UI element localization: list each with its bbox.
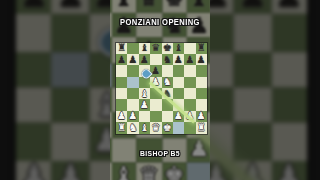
square-e8[interactable]: ♚ xyxy=(162,43,173,54)
black-pawn-a7: ♟ xyxy=(117,55,126,65)
white-queen-d1: ♛ xyxy=(139,164,159,180)
square-e5[interactable]: ♞ xyxy=(162,77,173,88)
square-b6 xyxy=(52,15,88,51)
square-g6 xyxy=(234,15,270,51)
square-a4 xyxy=(16,87,52,123)
black-pawn-d6: ♟ xyxy=(151,66,160,76)
square-g3[interactable] xyxy=(184,99,195,110)
white-king-e1: ♚ xyxy=(163,123,172,133)
white-pawn-h2: ♟ xyxy=(275,162,304,180)
square-e7[interactable]: ♞ xyxy=(162,54,173,65)
white-knight-b1: ♞ xyxy=(129,123,138,133)
square-c1[interactable]: ♝ xyxy=(139,122,150,133)
black-queen-d8: ♛ xyxy=(139,0,159,11)
square-d8[interactable]: ♛ xyxy=(150,43,161,54)
square-d5[interactable]: ♟ xyxy=(150,77,161,88)
square-f1[interactable] xyxy=(173,122,184,133)
square-g3 xyxy=(234,124,270,160)
square-a5[interactable] xyxy=(116,77,127,88)
square-b5[interactable] xyxy=(127,77,138,88)
square-h4 xyxy=(271,87,307,123)
square-f8: ♝ xyxy=(187,0,210,13)
square-f1 xyxy=(187,163,210,180)
square-d3[interactable] xyxy=(150,99,161,110)
white-king-e1: ♚ xyxy=(164,164,184,180)
square-f4[interactable] xyxy=(173,88,184,99)
square-a7: ♟ xyxy=(16,0,52,15)
square-d1[interactable]: ♛ xyxy=(150,122,161,133)
square-f2[interactable]: ♟ xyxy=(173,111,184,122)
square-b5 xyxy=(52,51,88,87)
black-pawn-g7: ♟ xyxy=(238,0,267,12)
square-c1: ♝ xyxy=(111,163,136,180)
black-knight-e4: ♞ xyxy=(163,89,172,99)
square-d1: ♛ xyxy=(136,163,161,180)
square-h7: ♟ xyxy=(271,0,307,15)
square-e4[interactable]: ♞ xyxy=(162,88,173,99)
chess-board: ♜♝♛♚♝♜♟♟♟♞♟♟♟♟♟♞♞♟♟♟♟♟♟♜♞♝♛♚♜♝ xyxy=(116,43,207,134)
square-a6[interactable] xyxy=(116,65,127,76)
square-b7: ♟ xyxy=(52,0,88,15)
black-pawn-b7: ♟ xyxy=(129,55,138,65)
black-bishop-f8: ♝ xyxy=(189,0,209,11)
white-bishop-c1: ♝ xyxy=(140,123,149,133)
white-rook-h1: ♜ xyxy=(197,123,206,133)
black-pawn-h7: ♟ xyxy=(275,0,304,12)
square-g4[interactable] xyxy=(184,88,195,99)
black-pawn-f7: ♟ xyxy=(174,55,183,65)
square-b2[interactable]: ♟ xyxy=(127,111,138,122)
black-king-e8: ♚ xyxy=(163,43,172,53)
square-h7[interactable]: ♟ xyxy=(196,54,207,65)
square-d2[interactable] xyxy=(150,111,161,122)
black-knight-e7: ♞ xyxy=(163,55,172,65)
square-d4[interactable] xyxy=(150,88,161,99)
square-h3 xyxy=(271,124,307,160)
black-pawn-a7: ♟ xyxy=(20,0,49,12)
black-bishop-f8: ♝ xyxy=(174,43,183,53)
square-d7[interactable] xyxy=(150,54,161,65)
square-f6[interactable] xyxy=(173,65,184,76)
square-e1[interactable]: ♚ xyxy=(162,122,173,133)
square-h5 xyxy=(271,51,307,87)
square-f3[interactable] xyxy=(173,99,184,110)
video-strip: ♜♝♛♚♝♜♟♟♟♞♟♟♟♟♟♞♞♟♟♟♟♟♟♜♞♝♛♚♜♝ ♜♝♛♚♝♜♟♟♟… xyxy=(110,0,210,180)
square-h5[interactable] xyxy=(196,77,207,88)
square-a2: ♟ xyxy=(16,160,52,180)
white-pawn-c3: ♟ xyxy=(140,100,149,110)
black-queen-d8: ♛ xyxy=(151,43,160,53)
square-a5 xyxy=(16,51,52,87)
square-b2: ♟ xyxy=(52,160,88,180)
white-pawn-d5: ♟ xyxy=(151,77,160,87)
video-title: PONZIANI OPENING xyxy=(110,17,210,27)
square-a8[interactable]: ♜ xyxy=(116,43,127,54)
white-bishop-c1: ♝ xyxy=(114,164,134,180)
square-b7[interactable]: ♟ xyxy=(127,54,138,65)
square-g5[interactable] xyxy=(184,77,195,88)
square-b4[interactable] xyxy=(127,88,138,99)
square-g5 xyxy=(234,51,270,87)
square-c3[interactable]: ♟ xyxy=(139,99,150,110)
white-pawn-b2: ♟ xyxy=(129,111,138,121)
square-g4 xyxy=(234,87,270,123)
square-g2: ♟ xyxy=(234,160,270,180)
square-e8: ♚ xyxy=(162,0,187,13)
square-d6[interactable]: ♟ xyxy=(150,65,161,76)
square-b3[interactable] xyxy=(127,99,138,110)
white-pawn-b2: ♟ xyxy=(56,162,85,180)
white-rook-a1: ♜ xyxy=(117,123,126,133)
square-b3 xyxy=(52,124,88,160)
square-h6[interactable] xyxy=(196,65,207,76)
white-queen-d1: ♛ xyxy=(151,123,160,133)
black-rook-a8: ♜ xyxy=(117,43,126,53)
square-h4[interactable] xyxy=(196,88,207,99)
square-g7[interactable]: ♟ xyxy=(184,54,195,65)
square-c8: ♝ xyxy=(111,0,136,13)
black-pawn-g7: ♟ xyxy=(185,55,194,65)
square-c2[interactable] xyxy=(139,111,150,122)
white-pawn-g2: ♟ xyxy=(238,162,267,180)
square-a6 xyxy=(16,15,52,51)
square-c7[interactable]: ♟ xyxy=(139,54,150,65)
square-b6[interactable] xyxy=(127,65,138,76)
black-pawn-h7: ♟ xyxy=(197,55,206,65)
white-pawn-g2: ♟ xyxy=(185,111,194,121)
square-f7[interactable]: ♟ xyxy=(173,54,184,65)
move-caption: BISHOP B5 xyxy=(110,150,210,158)
white-knight-e5: ♞ xyxy=(163,77,172,87)
white-pawn-h2: ♟ xyxy=(197,111,206,121)
square-e3[interactable] xyxy=(162,99,173,110)
white-bishop-glyph: ♝ xyxy=(140,89,149,99)
black-bishop-c8: ♝ xyxy=(114,0,134,11)
square-h8[interactable]: ♜ xyxy=(196,43,207,54)
square-e1: ♚ xyxy=(162,163,187,180)
square-a3[interactable] xyxy=(116,99,127,110)
white-bishop-animating-to-b5: ♝ xyxy=(139,88,150,99)
square-d8: ♛ xyxy=(136,0,161,13)
square-h2: ♟ xyxy=(271,160,307,180)
square-a1[interactable]: ♜ xyxy=(116,122,127,133)
square-g1[interactable] xyxy=(184,122,195,133)
square-h3[interactable] xyxy=(196,99,207,110)
square-b1[interactable]: ♞ xyxy=(127,122,138,133)
square-b4 xyxy=(52,87,88,123)
square-h2[interactable]: ♟ xyxy=(196,111,207,122)
square-a2[interactable]: ♟ xyxy=(116,111,127,122)
square-b8[interactable] xyxy=(127,43,138,54)
square-a3 xyxy=(16,124,52,160)
square-f8[interactable]: ♝ xyxy=(173,43,184,54)
white-pawn-a2: ♟ xyxy=(117,111,126,121)
square-c8[interactable]: ♝ xyxy=(139,43,150,54)
square-a7[interactable]: ♟ xyxy=(116,54,127,65)
black-bishop-c8: ♝ xyxy=(140,43,149,53)
video-frame: ♜♝♛♚♝♜♟♟♟♞♟♟♟♟♟♞♞♟♟♟♟♟♟♜♞♝♛♚♜♝ ♜♝♛♚♝♜♟♟♟… xyxy=(0,0,320,180)
square-f5[interactable] xyxy=(173,77,184,88)
square-e6[interactable] xyxy=(162,65,173,76)
square-h6 xyxy=(271,15,307,51)
black-pawn-c7: ♟ xyxy=(140,55,149,65)
black-pawn-b7: ♟ xyxy=(56,0,85,12)
square-g6[interactable] xyxy=(184,65,195,76)
square-g2[interactable]: ♟ xyxy=(184,111,195,122)
black-king-e8: ♚ xyxy=(164,0,184,11)
square-e2[interactable] xyxy=(162,111,173,122)
white-pawn-f2: ♟ xyxy=(174,111,183,121)
square-g8[interactable] xyxy=(184,43,195,54)
black-rook-h8: ♜ xyxy=(197,43,206,53)
square-a4[interactable] xyxy=(116,88,127,99)
square-g7: ♟ xyxy=(234,0,270,15)
white-pawn-a2: ♟ xyxy=(20,162,49,180)
square-h1[interactable]: ♜ xyxy=(196,122,207,133)
